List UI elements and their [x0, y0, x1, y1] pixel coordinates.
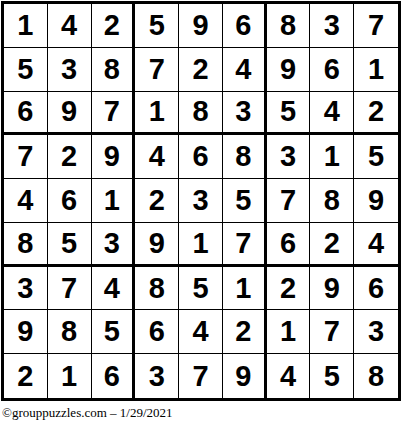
- sudoku-cell-r4c9: 5: [354, 135, 398, 179]
- sudoku-cell-r5c6: 5: [223, 179, 267, 223]
- sudoku-cell-r1c6: 6: [223, 4, 267, 48]
- sudoku-cell-r4c6: 8: [223, 135, 267, 179]
- sudoku-cell-r8c7: 1: [267, 310, 311, 354]
- sudoku-cell-r1c5: 9: [179, 4, 223, 48]
- sudoku-cell-r2c5: 2: [179, 48, 223, 92]
- sudoku-cell-r6c2: 5: [48, 223, 92, 267]
- sudoku-cell-r1c8: 3: [310, 4, 354, 48]
- sudoku-cell-r4c2: 2: [48, 135, 92, 179]
- sudoku-cell-r6c9: 4: [354, 223, 398, 267]
- sudoku-cell-r7c8: 9: [310, 267, 354, 311]
- sudoku-cell-r9c1: 2: [4, 354, 48, 398]
- sudoku-cell-r6c5: 1: [179, 223, 223, 267]
- sudoku-cell-r6c1: 8: [4, 223, 48, 267]
- sudoku-cell-r2c1: 5: [4, 48, 48, 92]
- sudoku-cell-r1c1: 1: [4, 4, 48, 48]
- sudoku-cell-r2c2: 3: [48, 48, 92, 92]
- sudoku-cell-r2c3: 8: [92, 48, 136, 92]
- sudoku-cell-r9c4: 3: [135, 354, 179, 398]
- sudoku-cell-r3c7: 5: [267, 92, 311, 136]
- sudoku-cell-r9c8: 5: [310, 354, 354, 398]
- sudoku-cell-r3c9: 2: [354, 92, 398, 136]
- copyright-caption: ©grouppuzzles.com – 1/29/2021: [2, 405, 173, 421]
- sudoku-cell-r9c3: 6: [92, 354, 136, 398]
- sudoku-cell-r7c4: 8: [135, 267, 179, 311]
- sudoku-page: 1425968375387249616971835427294683154612…: [0, 0, 402, 424]
- sudoku-cell-r4c5: 6: [179, 135, 223, 179]
- sudoku-cell-r6c3: 3: [92, 223, 136, 267]
- sudoku-cell-r1c9: 7: [354, 4, 398, 48]
- sudoku-cell-r3c2: 9: [48, 92, 92, 136]
- sudoku-cell-r6c4: 9: [135, 223, 179, 267]
- sudoku-cell-r8c5: 4: [179, 310, 223, 354]
- sudoku-cell-r6c7: 6: [267, 223, 311, 267]
- sudoku-cell-r9c9: 8: [354, 354, 398, 398]
- sudoku-cell-r1c3: 2: [92, 4, 136, 48]
- sudoku-cell-r8c8: 7: [310, 310, 354, 354]
- sudoku-cell-r7c2: 7: [48, 267, 92, 311]
- sudoku-cell-r5c9: 9: [354, 179, 398, 223]
- sudoku-cell-r5c1: 4: [4, 179, 48, 223]
- sudoku-cell-r5c8: 8: [310, 179, 354, 223]
- sudoku-cell-r4c8: 1: [310, 135, 354, 179]
- sudoku-board: 1425968375387249616971835427294683154612…: [1, 1, 401, 401]
- sudoku-cell-r7c6: 1: [223, 267, 267, 311]
- sudoku-cell-r2c6: 4: [223, 48, 267, 92]
- sudoku-cell-r8c6: 2: [223, 310, 267, 354]
- sudoku-cell-r4c3: 9: [92, 135, 136, 179]
- sudoku-cell-r4c1: 7: [4, 135, 48, 179]
- sudoku-cell-r1c7: 8: [267, 4, 311, 48]
- sudoku-cell-r8c4: 6: [135, 310, 179, 354]
- sudoku-cell-r8c3: 5: [92, 310, 136, 354]
- sudoku-cell-r2c4: 7: [135, 48, 179, 92]
- sudoku-cell-r7c7: 2: [267, 267, 311, 311]
- sudoku-cell-r3c1: 6: [4, 92, 48, 136]
- sudoku-cell-r3c4: 1: [135, 92, 179, 136]
- sudoku-cell-r6c6: 7: [223, 223, 267, 267]
- sudoku-cell-r1c4: 5: [135, 4, 179, 48]
- sudoku-cell-r7c3: 4: [92, 267, 136, 311]
- sudoku-cell-r5c5: 3: [179, 179, 223, 223]
- sudoku-cell-r7c5: 5: [179, 267, 223, 311]
- sudoku-cell-r8c1: 9: [4, 310, 48, 354]
- sudoku-cell-r4c4: 4: [135, 135, 179, 179]
- sudoku-cell-r9c5: 7: [179, 354, 223, 398]
- sudoku-cell-r2c9: 1: [354, 48, 398, 92]
- sudoku-cell-r9c7: 4: [267, 354, 311, 398]
- sudoku-cell-r9c6: 9: [223, 354, 267, 398]
- sudoku-cell-r2c8: 6: [310, 48, 354, 92]
- sudoku-cell-r5c3: 1: [92, 179, 136, 223]
- sudoku-cell-r5c7: 7: [267, 179, 311, 223]
- sudoku-cell-r3c6: 3: [223, 92, 267, 136]
- sudoku-cell-r8c9: 3: [354, 310, 398, 354]
- sudoku-cell-r4c7: 3: [267, 135, 311, 179]
- sudoku-cell-r8c2: 8: [48, 310, 92, 354]
- sudoku-cell-r7c9: 6: [354, 267, 398, 311]
- sudoku-cell-r9c2: 1: [48, 354, 92, 398]
- sudoku-cell-r3c5: 8: [179, 92, 223, 136]
- sudoku-cell-r3c3: 7: [92, 92, 136, 136]
- sudoku-cell-r2c7: 9: [267, 48, 311, 92]
- sudoku-cell-r1c2: 4: [48, 4, 92, 48]
- sudoku-cell-r6c8: 2: [310, 223, 354, 267]
- sudoku-cell-r7c1: 3: [4, 267, 48, 311]
- sudoku-cell-r3c8: 4: [310, 92, 354, 136]
- sudoku-cell-r5c4: 2: [135, 179, 179, 223]
- sudoku-cell-r5c2: 6: [48, 179, 92, 223]
